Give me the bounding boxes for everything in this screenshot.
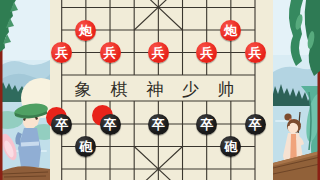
piece-black-soldier[interactable]: 卒	[148, 114, 169, 135]
piece-red-soldier[interactable]: 兵	[100, 42, 121, 63]
piece-red-soldier[interactable]: 兵	[51, 42, 72, 63]
river-title-char: 象	[75, 77, 92, 100]
river-title-char: 神	[147, 77, 164, 100]
piece-black-soldier[interactable]: 卒	[100, 114, 121, 135]
piece-black-cannon[interactable]: 砲	[220, 136, 241, 157]
pieces-layer: 象棋神少帅炮炮兵兵兵兵兵卒卒卒卒砲砲卒	[0, 0, 320, 180]
thumbnail-canvas: 象棋神少帅炮炮兵兵兵兵兵卒卒卒卒砲砲卒	[0, 0, 320, 180]
piece-red-soldier[interactable]: 兵	[245, 42, 266, 63]
piece-black-soldier[interactable]: 卒	[51, 114, 72, 135]
piece-black-soldier[interactable]: 卒	[245, 114, 266, 135]
river-title-char: 帅	[218, 77, 235, 100]
river-title-char: 棋	[111, 77, 128, 100]
piece-red-cannon[interactable]: 炮	[220, 20, 241, 41]
piece-red-cannon[interactable]: 炮	[75, 20, 96, 41]
piece-black-cannon[interactable]: 砲	[75, 136, 96, 157]
piece-black-soldier[interactable]: 卒	[196, 114, 217, 135]
piece-red-soldier[interactable]: 兵	[196, 42, 217, 63]
piece-red-soldier[interactable]: 兵	[148, 42, 169, 63]
river-title-char: 少	[182, 77, 199, 100]
